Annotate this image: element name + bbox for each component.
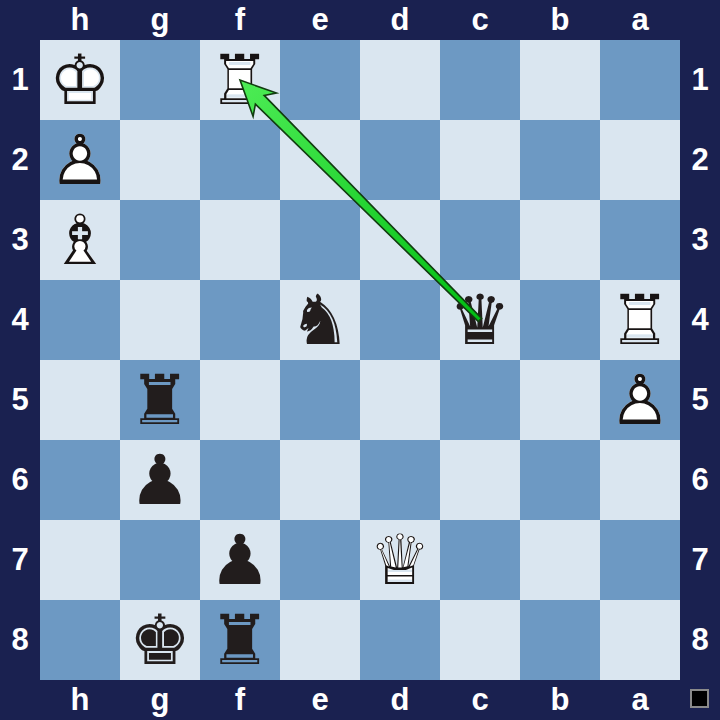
rank-label-left-3: 3 [0,200,40,280]
square-g3[interactable] [120,200,200,280]
rank-label-left-2: 2 [0,120,40,200]
rank-label-left-6: 6 [0,440,40,520]
file-label-bottom-a: a [600,680,680,720]
square-b6[interactable] [520,440,600,520]
square-d2[interactable] [360,120,440,200]
square-c8[interactable] [440,600,520,680]
square-a2[interactable] [600,120,680,200]
file-label-bottom-e: e [280,680,360,720]
white-pawn-a5[interactable]: ♟♙ [600,360,680,440]
file-label-bottom-d: d [360,680,440,720]
file-label-top-c: c [440,0,520,40]
square-d3[interactable] [360,200,440,280]
file-label-top-f: f [200,0,280,40]
file-label-top-b: b [520,0,600,40]
square-d8[interactable] [360,600,440,680]
white-rook-a4[interactable]: ♜♖ [600,280,680,360]
square-f4[interactable] [200,280,280,360]
white-bishop-h3[interactable]: ♝♗ [40,200,120,280]
square-d1[interactable] [360,40,440,120]
black-rook-g5[interactable]: ♜ [120,360,200,440]
white-pawn-h2[interactable]: ♟♙ [40,120,120,200]
rank-label-right-2: 2 [680,120,720,200]
black-to-move-indicator [690,689,709,708]
file-label-bottom-g: g [120,680,200,720]
rank-label-right-3: 3 [680,200,720,280]
rank-label-right-7: 7 [680,520,720,600]
square-c3[interactable] [440,200,520,280]
file-label-top-g: g [120,0,200,40]
square-e2[interactable] [280,120,360,200]
square-d6[interactable] [360,440,440,520]
square-b7[interactable] [520,520,600,600]
file-label-bottom-f: f [200,680,280,720]
square-d4[interactable] [360,280,440,360]
chess-diagram: ♚♔♜♖♟♙♝♗♜♖♟♙♛♕♞♛♜♟♟♜♚ hhggffeeddccbbaa11… [0,0,720,720]
rank-label-right-6: 6 [680,440,720,520]
square-e7[interactable] [280,520,360,600]
file-label-top-e: e [280,0,360,40]
square-b5[interactable] [520,360,600,440]
square-a8[interactable] [600,600,680,680]
square-c2[interactable] [440,120,520,200]
square-b3[interactable] [520,200,600,280]
square-h5[interactable] [40,360,120,440]
file-label-top-h: h [40,0,120,40]
square-a1[interactable] [600,40,680,120]
square-g4[interactable] [120,280,200,360]
file-label-bottom-c: c [440,680,520,720]
rank-label-left-7: 7 [0,520,40,600]
chess-board: ♚♔♜♖♟♙♝♗♜♖♟♙♛♕♞♛♜♟♟♜♚ [40,40,680,680]
white-queen-d7[interactable]: ♛♕ [360,520,440,600]
file-label-top-d: d [360,0,440,40]
rank-label-left-1: 1 [0,40,40,120]
square-h7[interactable] [40,520,120,600]
black-knight-e4[interactable]: ♞ [280,280,360,360]
square-e8[interactable] [280,600,360,680]
black-king-g8[interactable]: ♚ [120,600,200,680]
square-a3[interactable] [600,200,680,280]
rank-label-right-1: 1 [680,40,720,120]
rank-label-left-5: 5 [0,360,40,440]
square-b1[interactable] [520,40,600,120]
rank-label-right-4: 4 [680,280,720,360]
square-g1[interactable] [120,40,200,120]
square-e5[interactable] [280,360,360,440]
file-label-bottom-h: h [40,680,120,720]
square-h8[interactable] [40,600,120,680]
file-label-bottom-b: b [520,680,600,720]
square-h4[interactable] [40,280,120,360]
file-label-top-a: a [600,0,680,40]
black-pawn-f7[interactable]: ♟ [200,520,280,600]
square-b4[interactable] [520,280,600,360]
square-e6[interactable] [280,440,360,520]
square-b8[interactable] [520,600,600,680]
square-c5[interactable] [440,360,520,440]
square-f6[interactable] [200,440,280,520]
black-pawn-g6[interactable]: ♟ [120,440,200,520]
square-a6[interactable] [600,440,680,520]
square-f3[interactable] [200,200,280,280]
square-d5[interactable] [360,360,440,440]
rank-label-right-8: 8 [680,600,720,680]
square-f5[interactable] [200,360,280,440]
rank-label-left-4: 4 [0,280,40,360]
square-c7[interactable] [440,520,520,600]
black-rook-f8[interactable]: ♜ [200,600,280,680]
square-a7[interactable] [600,520,680,600]
square-b2[interactable] [520,120,600,200]
white-rook-f1[interactable]: ♜♖ [200,40,280,120]
square-c6[interactable] [440,440,520,520]
rank-label-right-5: 5 [680,360,720,440]
square-f2[interactable] [200,120,280,200]
black-queen-c4[interactable]: ♛ [440,280,520,360]
square-c1[interactable] [440,40,520,120]
square-e1[interactable] [280,40,360,120]
square-g2[interactable] [120,120,200,200]
square-g7[interactable] [120,520,200,600]
square-h6[interactable] [40,440,120,520]
rank-label-left-8: 8 [0,600,40,680]
square-e3[interactable] [280,200,360,280]
white-king-h1[interactable]: ♚♔ [40,40,120,120]
